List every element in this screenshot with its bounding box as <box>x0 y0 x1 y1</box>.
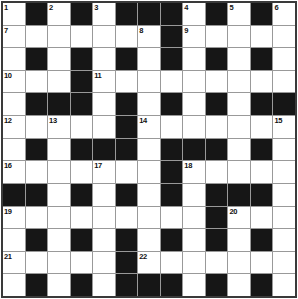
black-cell-r13c8 <box>161 274 183 296</box>
black-cell-r3c10 <box>206 48 228 70</box>
white-cell-r8c12[interactable] <box>251 161 273 183</box>
white-cell-r6c3[interactable]: 13 <box>48 116 70 138</box>
black-cell-r6c6 <box>116 116 138 138</box>
black-cell-r5c13 <box>273 93 295 115</box>
white-cell-r7c3[interactable] <box>48 139 70 161</box>
black-cell-r3c8 <box>161 48 183 70</box>
black-cell-r13c10 <box>206 274 228 296</box>
white-cell-r10c1[interactable]: 19 <box>3 207 25 229</box>
black-cell-r11c8 <box>161 229 183 251</box>
black-cell-r13c2 <box>26 274 48 296</box>
black-cell-r5c2 <box>26 93 48 115</box>
white-cell-r2c13[interactable] <box>273 26 295 48</box>
black-cell-r7c8 <box>161 139 183 161</box>
white-cell-r2c7[interactable]: 8 <box>138 26 160 48</box>
white-cell-r4c13[interactable] <box>273 71 295 93</box>
white-cell-r3c11[interactable] <box>228 48 250 70</box>
white-cell-r8c4[interactable] <box>71 161 93 183</box>
white-cell-r12c2[interactable] <box>26 252 48 274</box>
black-cell-r13c7 <box>138 274 160 296</box>
black-cell-r9c11 <box>228 184 250 206</box>
white-cell-r10c4[interactable] <box>71 207 93 229</box>
black-cell-r11c6 <box>116 229 138 251</box>
white-cell-r10c8[interactable] <box>161 207 183 229</box>
clue-number-9: 9 <box>184 26 188 35</box>
black-cell-r7c10 <box>206 139 228 161</box>
black-cell-r12c6 <box>116 252 138 274</box>
black-cell-r11c2 <box>26 229 48 251</box>
white-cell-r13c5[interactable] <box>93 274 115 296</box>
white-cell-r12c12[interactable] <box>251 252 273 274</box>
clue-number-15: 15 <box>274 116 282 125</box>
white-cell-r10c13[interactable] <box>273 207 295 229</box>
black-cell-r5c8 <box>161 93 183 115</box>
white-cell-r3c13[interactable] <box>273 48 295 70</box>
black-cell-r13c12 <box>251 274 273 296</box>
clue-number-4: 4 <box>184 3 188 12</box>
white-cell-r4c1[interactable]: 10 <box>3 71 25 93</box>
clue-number-3: 3 <box>94 3 98 12</box>
white-cell-r10c5[interactable] <box>93 207 115 229</box>
black-cell-r3c4 <box>71 48 93 70</box>
white-cell-r4c12[interactable] <box>251 71 273 93</box>
white-cell-r10c2[interactable] <box>26 207 48 229</box>
clue-number-18: 18 <box>184 161 192 170</box>
black-cell-r9c4 <box>71 184 93 206</box>
white-cell-r7c1[interactable] <box>3 139 25 161</box>
white-cell-r1c3[interactable]: 2 <box>48 3 70 25</box>
white-cell-r11c3[interactable] <box>48 229 70 251</box>
white-cell-r1c13[interactable]: 6 <box>273 3 295 25</box>
white-cell-r2c11[interactable] <box>228 26 250 48</box>
white-cell-r12c5[interactable] <box>93 252 115 274</box>
clue-number-6: 6 <box>274 3 278 12</box>
black-cell-r1c10 <box>206 3 228 25</box>
white-cell-r1c9[interactable]: 4 <box>183 3 205 25</box>
white-cell-r6c11[interactable] <box>228 116 250 138</box>
white-cell-r8c13[interactable] <box>273 161 295 183</box>
clue-number-12: 12 <box>4 116 12 125</box>
white-cell-r11c5[interactable] <box>93 229 115 251</box>
black-cell-r3c6 <box>116 48 138 70</box>
white-cell-r8c2[interactable] <box>26 161 48 183</box>
white-cell-r12c13[interactable] <box>273 252 295 274</box>
white-cell-r6c12[interactable] <box>251 116 273 138</box>
black-cell-r9c1 <box>3 184 25 206</box>
white-cell-r8c3[interactable] <box>48 161 70 183</box>
white-cell-r12c11[interactable] <box>228 252 250 274</box>
black-cell-r1c4 <box>71 3 93 25</box>
clue-number-11: 11 <box>94 71 101 80</box>
black-cell-r9c2 <box>26 184 48 206</box>
white-cell-r11c13[interactable] <box>273 229 295 251</box>
white-cell-r1c1[interactable]: 1 <box>3 3 25 25</box>
white-cell-r2c1[interactable]: 7 <box>3 26 25 48</box>
white-cell-r10c11[interactable]: 20 <box>228 207 250 229</box>
white-cell-r12c8[interactable] <box>161 252 183 274</box>
black-cell-r1c6 <box>116 3 138 25</box>
white-cell-r13c1[interactable] <box>3 274 25 296</box>
white-cell-r6c4[interactable] <box>71 116 93 138</box>
black-cell-r1c8 <box>161 3 183 25</box>
white-cell-r9c7[interactable] <box>138 184 160 206</box>
black-cell-r7c12 <box>251 139 273 161</box>
clue-number-17: 17 <box>94 161 102 170</box>
white-cell-r8c9[interactable]: 18 <box>183 161 205 183</box>
white-cell-r12c3[interactable] <box>48 252 70 274</box>
black-cell-r4c4 <box>71 71 93 93</box>
white-cell-r13c11[interactable] <box>228 274 250 296</box>
white-cell-r11c7[interactable] <box>138 229 160 251</box>
white-cell-r3c9[interactable] <box>183 48 205 70</box>
white-cell-r5c11[interactable] <box>228 93 250 115</box>
black-cell-r11c12 <box>251 229 273 251</box>
white-cell-r4c8[interactable] <box>161 71 183 93</box>
white-cell-r2c4[interactable] <box>71 26 93 48</box>
white-cell-r9c5[interactable] <box>93 184 115 206</box>
crossword-board-wrap: 12345678910111213141516171819202122 <box>0 0 298 299</box>
white-cell-r10c12[interactable] <box>251 207 273 229</box>
white-cell-r6c8[interactable] <box>161 116 183 138</box>
black-cell-r3c12 <box>251 48 273 70</box>
black-cell-r7c5 <box>93 139 115 161</box>
black-cell-r9c8 <box>161 184 183 206</box>
white-cell-r6c10[interactable] <box>206 116 228 138</box>
white-cell-r4c6[interactable] <box>116 71 138 93</box>
white-cell-r5c7[interactable] <box>138 93 160 115</box>
crossword-grid: 12345678910111213141516171819202122 <box>1 1 297 298</box>
white-cell-r6c9[interactable] <box>183 116 205 138</box>
clue-number-10: 10 <box>4 71 12 80</box>
white-cell-r4c7[interactable] <box>138 71 160 93</box>
black-cell-r7c2 <box>26 139 48 161</box>
black-cell-r9c10 <box>206 184 228 206</box>
clue-number-16: 16 <box>4 161 12 170</box>
white-cell-r5c9[interactable] <box>183 93 205 115</box>
clue-number-19: 19 <box>4 207 12 216</box>
white-cell-r5c5[interactable] <box>93 93 115 115</box>
white-cell-r9c13[interactable] <box>273 184 295 206</box>
clue-number-22: 22 <box>139 252 147 261</box>
white-cell-r12c9[interactable] <box>183 252 205 274</box>
black-cell-r13c6 <box>116 274 138 296</box>
white-cell-r12c10[interactable] <box>206 252 228 274</box>
white-cell-r6c7[interactable]: 14 <box>138 116 160 138</box>
white-cell-r2c3[interactable] <box>48 26 70 48</box>
black-cell-r5c12 <box>251 93 273 115</box>
white-cell-r2c5[interactable] <box>93 26 115 48</box>
white-cell-r10c9[interactable] <box>183 207 205 229</box>
clue-number-1: 1 <box>4 3 8 12</box>
white-cell-r4c10[interactable] <box>206 71 228 93</box>
white-cell-r3c3[interactable] <box>48 48 70 70</box>
black-cell-r1c7 <box>138 3 160 25</box>
white-cell-r8c7[interactable] <box>138 161 160 183</box>
white-cell-r6c5[interactable] <box>93 116 115 138</box>
white-cell-r9c3[interactable] <box>48 184 70 206</box>
clue-number-13: 13 <box>49 116 57 125</box>
white-cell-r2c6[interactable] <box>116 26 138 48</box>
white-cell-r3c1[interactable] <box>3 48 25 70</box>
black-cell-r7c4 <box>71 139 93 161</box>
white-cell-r7c7[interactable] <box>138 139 160 161</box>
black-cell-r5c10 <box>206 93 228 115</box>
clue-number-7: 7 <box>4 26 8 35</box>
clue-number-20: 20 <box>229 207 237 216</box>
white-cell-r6c1[interactable]: 12 <box>3 116 25 138</box>
clue-number-8: 8 <box>139 26 143 35</box>
white-cell-r8c1[interactable]: 16 <box>3 161 25 183</box>
white-cell-r1c11[interactable]: 5 <box>228 3 250 25</box>
white-cell-r7c11[interactable] <box>228 139 250 161</box>
white-cell-r1c5[interactable]: 3 <box>93 3 115 25</box>
white-cell-r8c5[interactable]: 17 <box>93 161 115 183</box>
white-cell-r7c13[interactable] <box>273 139 295 161</box>
black-cell-r7c9 <box>183 139 205 161</box>
white-cell-r12c1[interactable]: 21 <box>3 252 25 274</box>
white-cell-r10c3[interactable] <box>48 207 70 229</box>
black-cell-r10c10 <box>206 207 228 229</box>
white-cell-r2c12[interactable] <box>251 26 273 48</box>
clue-number-14: 14 <box>139 116 147 125</box>
white-cell-r8c6[interactable] <box>116 161 138 183</box>
white-cell-r12c4[interactable] <box>71 252 93 274</box>
black-cell-r2c8 <box>161 26 183 48</box>
white-cell-r4c9[interactable] <box>183 71 205 93</box>
white-cell-r4c11[interactable] <box>228 71 250 93</box>
white-cell-r4c3[interactable] <box>48 71 70 93</box>
white-cell-r8c10[interactable] <box>206 161 228 183</box>
black-cell-r9c12 <box>251 184 273 206</box>
white-cell-r12c7[interactable]: 22 <box>138 252 160 274</box>
white-cell-r2c9[interactable]: 9 <box>183 26 205 48</box>
white-cell-r11c11[interactable] <box>228 229 250 251</box>
white-cell-r8c11[interactable] <box>228 161 250 183</box>
white-cell-r6c2[interactable] <box>26 116 48 138</box>
black-cell-r8c8 <box>161 161 183 183</box>
black-cell-r9c6 <box>116 184 138 206</box>
white-cell-r13c13[interactable] <box>273 274 295 296</box>
clue-number-5: 5 <box>229 3 233 12</box>
black-cell-r5c4 <box>71 93 93 115</box>
white-cell-r2c10[interactable] <box>206 26 228 48</box>
clue-number-21: 21 <box>4 252 12 261</box>
white-cell-r2c2[interactable] <box>26 26 48 48</box>
white-cell-r9c9[interactable] <box>183 184 205 206</box>
black-cell-r11c10 <box>206 229 228 251</box>
black-cell-r11c4 <box>71 229 93 251</box>
white-cell-r4c5[interactable]: 11 <box>93 71 115 93</box>
black-cell-r1c12 <box>251 3 273 25</box>
black-cell-r5c6 <box>116 93 138 115</box>
white-cell-r11c1[interactable] <box>3 229 25 251</box>
white-cell-r11c9[interactable] <box>183 229 205 251</box>
black-cell-r7c6 <box>116 139 138 161</box>
white-cell-r10c6[interactable] <box>116 207 138 229</box>
clue-number-2: 2 <box>49 3 53 12</box>
white-cell-r3c7[interactable] <box>138 48 160 70</box>
white-cell-r5c1[interactable] <box>3 93 25 115</box>
white-cell-r4c2[interactable] <box>26 71 48 93</box>
white-cell-r10c7[interactable] <box>138 207 160 229</box>
white-cell-r6c13[interactable]: 15 <box>273 116 295 138</box>
black-cell-r13c4 <box>71 274 93 296</box>
black-cell-r3c2 <box>26 48 48 70</box>
white-cell-r13c3[interactable] <box>48 274 70 296</box>
white-cell-r13c9[interactable] <box>183 274 205 296</box>
white-cell-r3c5[interactable] <box>93 48 115 70</box>
black-cell-r5c3 <box>48 93 70 115</box>
black-cell-r1c2 <box>26 3 48 25</box>
